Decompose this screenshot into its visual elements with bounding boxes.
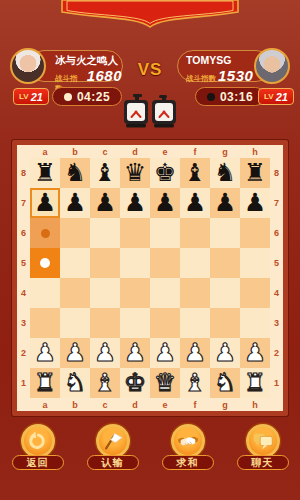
square-f3[interactable] [180,308,210,338]
square-d7[interactable]: ♟ [120,188,150,218]
square-f2[interactable]: ♟ [180,338,210,368]
white-pawn: ♟ [184,338,206,368]
rank-label-8: 8 [270,158,283,188]
square-d5[interactable] [120,248,150,278]
square-e7[interactable]: ♟ [150,188,180,218]
rank-label-4: 4 [270,278,283,308]
board-corner [270,398,283,411]
square-g4[interactable] [210,278,240,308]
square-e5[interactable] [150,248,180,278]
rank-label-5: 5 [270,248,283,278]
back-button[interactable]: 返回 [0,424,75,470]
black-rook: ♜ [244,158,266,188]
white-pawn: ♟ [64,338,86,368]
square-h7[interactable]: ♟ [240,188,270,218]
chess-clock-icon [151,94,177,130]
draw-button[interactable]: 求和 [150,424,225,470]
file-label-f: f [180,398,210,411]
white-queen: ♛ [154,368,176,398]
chat-bubbles-icon [252,430,274,452]
square-f7[interactable]: ♟ [180,188,210,218]
file-label-f: f [180,145,210,158]
square-h8[interactable]: ♜ [240,158,270,188]
board-grid: abcdefgh8♜♞♝♛♚♝♞♜87♟♟♟♟♟♟♟♟7665544332♟♟♟… [17,145,283,411]
rank-label-8: 8 [17,158,30,188]
white-rook: ♜ [244,368,266,398]
square-d4[interactable] [120,278,150,308]
file-label-b: b [60,145,90,158]
rank-label-2: 2 [17,338,30,368]
file-label-e: e [150,398,180,411]
black-pawn: ♟ [154,188,176,218]
file-label-e: e [150,145,180,158]
file-label-d: d [120,145,150,158]
square-c4[interactable] [90,278,120,308]
black-pawn: ♟ [94,188,116,218]
app-screen: 冰与火之鸣人 战斗指数 1680 VS TOMYSG 战斗指数 1530 LV … [0,0,300,500]
square-c8[interactable]: ♝ [90,158,120,188]
left-timer: 04:25 [52,87,122,106]
white-side-dot [64,93,72,101]
black-pawn: ♟ [184,188,206,218]
white-rook: ♜ [34,368,56,398]
draw-button-label[interactable]: 求和 [162,455,214,470]
square-c6[interactable] [90,218,120,248]
square-b6[interactable] [60,218,90,248]
white-bishop: ♝ [184,368,206,398]
square-d1[interactable]: ♚ [120,368,150,398]
square-a3[interactable] [30,308,60,338]
right-timer: 03:16 [195,87,265,106]
white-pawn: ♟ [214,338,236,368]
square-b2[interactable]: ♟ [60,338,90,368]
square-e3[interactable] [150,308,180,338]
square-c3[interactable] [90,308,120,338]
square-g2[interactable]: ♟ [210,338,240,368]
square-g5[interactable] [210,248,240,278]
square-e2[interactable]: ♟ [150,338,180,368]
square-c2[interactable]: ♟ [90,338,120,368]
white-pawn: ♟ [244,338,266,368]
rank-label-5: 5 [17,248,30,278]
white-knight: ♞ [64,368,86,398]
rank-label-2: 2 [270,338,283,368]
black-knight: ♞ [64,158,86,188]
white-flag-icon [102,430,124,452]
board-corner [17,398,30,411]
rank-label-7: 7 [17,188,30,218]
rank-label-1: 1 [17,368,30,398]
square-b5[interactable] [60,248,90,278]
square-f1[interactable]: ♝ [180,368,210,398]
white-pawn: ♟ [94,338,116,368]
square-h2[interactable]: ♟ [240,338,270,368]
square-b3[interactable] [60,308,90,338]
white-pawn: ♟ [154,338,176,368]
chess-board: abcdefgh8♜♞♝♛♚♝♞♜87♟♟♟♟♟♟♟♟7665544332♟♟♟… [12,140,288,416]
right-rating-value: 1530 [218,67,253,84]
square-d6[interactable] [120,218,150,248]
square-a1[interactable]: ♜ [30,368,60,398]
square-f8[interactable]: ♝ [180,158,210,188]
rank-label-3: 3 [270,308,283,338]
square-g7[interactable]: ♟ [210,188,240,218]
square-c7[interactable]: ♟ [90,188,120,218]
square-d2[interactable]: ♟ [120,338,150,368]
square-f6[interactable] [180,218,210,248]
board-corner [270,145,283,158]
rank-label-1: 1 [270,368,283,398]
square-h6[interactable] [240,218,270,248]
file-label-h: h [240,398,270,411]
black-pawn: ♟ [64,188,86,218]
white-pawn: ♟ [34,338,56,368]
move-hint-dot [40,258,50,268]
black-bishop: ♝ [94,158,116,188]
square-e8[interactable]: ♚ [150,158,180,188]
left-player-avatar [10,48,46,84]
square-b1[interactable]: ♞ [60,368,90,398]
file-label-a: a [30,398,60,411]
rank-label-6: 6 [270,218,283,248]
black-king: ♚ [154,158,176,188]
black-pawn: ♟ [214,188,236,218]
white-knight: ♞ [214,368,236,398]
rank-label-4: 4 [17,278,30,308]
square-g1[interactable]: ♞ [210,368,240,398]
square-e4[interactable] [150,278,180,308]
square-f4[interactable] [180,278,210,308]
square-a5[interactable] [30,248,60,278]
file-label-d: d [120,398,150,411]
black-pawn: ♟ [124,188,146,218]
black-pawn: ♟ [34,188,56,218]
black-pawn: ♟ [244,188,266,218]
square-a4[interactable] [30,278,60,308]
rank-label-7: 7 [270,188,283,218]
square-a7[interactable]: ♟ [30,188,60,218]
square-h5[interactable] [240,248,270,278]
chat-button-label[interactable]: 聊天 [237,455,289,470]
square-a2[interactable]: ♟ [30,338,60,368]
board-corner [17,145,30,158]
square-c1[interactable]: ♝ [90,368,120,398]
rank-label-6: 6 [17,218,30,248]
square-e6[interactable] [150,218,180,248]
black-rook: ♜ [34,158,56,188]
square-g3[interactable] [210,308,240,338]
square-a6[interactable] [30,218,60,248]
white-bishop: ♝ [94,368,116,398]
file-label-b: b [60,398,90,411]
square-c5[interactable] [90,248,120,278]
chess-clocks [123,94,177,130]
file-label-h: h [240,145,270,158]
resign-button[interactable]: 认输 [75,424,150,470]
black-side-dot [207,93,215,101]
square-g6[interactable] [210,218,240,248]
black-queen: ♛ [124,158,146,188]
top-banner [60,0,240,29]
right-level-badge: LV 21 [258,88,294,105]
file-label-g: g [210,145,240,158]
square-h4[interactable] [240,278,270,308]
file-label-g: g [210,398,240,411]
bottom-toolbar: 返回 认输 求和 [0,424,300,470]
white-pawn: ♟ [124,338,146,368]
square-e1[interactable]: ♛ [150,368,180,398]
back-arrow-icon [27,431,48,452]
square-d8[interactable]: ♛ [120,158,150,188]
right-player-avatar [254,48,290,84]
white-king: ♚ [124,368,146,398]
handshake-icon [177,430,199,452]
square-g8[interactable]: ♞ [210,158,240,188]
file-label-a: a [30,145,60,158]
square-a8[interactable]: ♜ [30,158,60,188]
resign-button-label[interactable]: 认输 [87,455,139,470]
right-rating-label: 战斗指数 [186,74,216,84]
chat-button[interactable]: 聊天 [225,424,300,470]
square-h3[interactable] [240,308,270,338]
move-hint-dot [41,229,50,238]
square-d3[interactable] [120,308,150,338]
black-knight: ♞ [214,158,236,188]
file-label-c: c [90,145,120,158]
black-bishop: ♝ [184,158,206,188]
square-b4[interactable] [60,278,90,308]
file-label-c: c [90,398,120,411]
back-button-label[interactable]: 返回 [12,455,64,470]
square-f5[interactable] [180,248,210,278]
square-h1[interactable]: ♜ [240,368,270,398]
rank-label-3: 3 [17,308,30,338]
square-b7[interactable]: ♟ [60,188,90,218]
chess-clock-icon [123,94,149,130]
square-b8[interactable]: ♞ [60,158,90,188]
left-level-badge: LV 21 [13,88,49,105]
